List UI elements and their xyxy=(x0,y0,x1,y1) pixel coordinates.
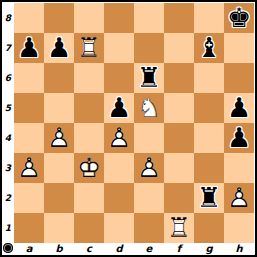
square-f8[interactable] xyxy=(164,3,194,33)
square-a6[interactable] xyxy=(14,63,44,93)
piece-outline: ♔ xyxy=(74,153,104,183)
square-e4[interactable] xyxy=(134,123,164,153)
square-g1[interactable] xyxy=(194,213,224,243)
square-a2[interactable] xyxy=(14,183,44,213)
piece-outline: ♙ xyxy=(224,183,254,213)
rank-label-2: 2 xyxy=(2,183,14,213)
square-h3[interactable] xyxy=(224,153,254,183)
square-g2[interactable]: ♜ xyxy=(194,183,224,213)
rank-label-4: 4 xyxy=(2,123,14,153)
piece-black-bishop[interactable]: ♝ xyxy=(194,33,224,63)
square-d2[interactable] xyxy=(104,183,134,213)
square-a1[interactable] xyxy=(14,213,44,243)
square-c7[interactable]: ♜♖ xyxy=(74,33,104,63)
square-f7[interactable] xyxy=(164,33,194,63)
square-g3[interactable] xyxy=(194,153,224,183)
square-b5[interactable] xyxy=(44,93,74,123)
rank-label-1: 1 xyxy=(2,213,14,243)
piece-white-pawn[interactable]: ♟♙ xyxy=(44,123,74,153)
square-h8[interactable]: ♚ xyxy=(224,3,254,33)
square-g4[interactable] xyxy=(194,123,224,153)
piece-black-pawn[interactable]: ♟ xyxy=(104,93,134,123)
file-label-c: c xyxy=(74,243,104,255)
square-e6[interactable]: ♜ xyxy=(134,63,164,93)
square-d5[interactable]: ♟ xyxy=(104,93,134,123)
square-c8[interactable] xyxy=(74,3,104,33)
square-e3[interactable]: ♟♙ xyxy=(134,153,164,183)
file-label-e: e xyxy=(134,243,164,255)
square-h6[interactable] xyxy=(224,63,254,93)
square-e5[interactable]: ♞♘ xyxy=(134,93,164,123)
file-label-g: g xyxy=(194,243,224,255)
square-a8[interactable] xyxy=(14,3,44,33)
square-d8[interactable] xyxy=(104,3,134,33)
rank-label-3: 3 xyxy=(2,153,14,183)
piece-outline: ♙ xyxy=(134,153,164,183)
square-c4[interactable] xyxy=(74,123,104,153)
square-g7[interactable]: ♝ xyxy=(194,33,224,63)
file-label-a: a xyxy=(14,243,44,255)
square-b3[interactable] xyxy=(44,153,74,183)
square-d3[interactable] xyxy=(104,153,134,183)
square-a7[interactable]: ♟ xyxy=(14,33,44,63)
diagram-margin: 87654321 ♚♟♟♜♖♝♜♟♞♘♟♟♙♟♙♟♟♙♚♔♟♙♜♟♙♜♖ abc… xyxy=(2,2,255,255)
square-c6[interactable] xyxy=(74,63,104,93)
square-a5[interactable] xyxy=(14,93,44,123)
piece-white-rook[interactable]: ♜♖ xyxy=(74,33,104,63)
square-g5[interactable] xyxy=(194,93,224,123)
square-f5[interactable] xyxy=(164,93,194,123)
square-c3[interactable]: ♚♔ xyxy=(74,153,104,183)
square-h5[interactable]: ♟ xyxy=(224,93,254,123)
file-labels: abcdefgh xyxy=(14,243,254,255)
square-g6[interactable] xyxy=(194,63,224,93)
piece-outline: ♘ xyxy=(134,93,164,123)
piece-black-rook[interactable]: ♜ xyxy=(134,63,164,93)
square-h2[interactable]: ♟♙ xyxy=(224,183,254,213)
file-label-f: f xyxy=(164,243,194,255)
piece-outline: ♙ xyxy=(44,123,74,153)
square-c5[interactable] xyxy=(74,93,104,123)
square-e1[interactable] xyxy=(134,213,164,243)
square-f4[interactable] xyxy=(164,123,194,153)
square-h7[interactable] xyxy=(224,33,254,63)
piece-outline: ♙ xyxy=(104,123,134,153)
square-b7[interactable]: ♟ xyxy=(44,33,74,63)
piece-outline: ♙ xyxy=(14,153,44,183)
square-d4[interactable]: ♟♙ xyxy=(104,123,134,153)
piece-outline: ♖ xyxy=(74,33,104,63)
square-d6[interactable] xyxy=(104,63,134,93)
piece-white-rook[interactable]: ♜♖ xyxy=(164,213,194,243)
rank-label-7: 7 xyxy=(2,33,14,63)
square-b6[interactable] xyxy=(44,63,74,93)
piece-black-pawn[interactable]: ♟ xyxy=(14,33,44,63)
piece-white-king[interactable]: ♚♔ xyxy=(74,153,104,183)
square-c2[interactable] xyxy=(74,183,104,213)
piece-outline: ♖ xyxy=(164,213,194,243)
black-to-move-indicator xyxy=(3,243,13,253)
rank-labels: 87654321 xyxy=(2,3,14,243)
piece-black-pawn[interactable]: ♟ xyxy=(224,93,254,123)
square-h4[interactable]: ♟ xyxy=(224,123,254,153)
square-g8[interactable] xyxy=(194,3,224,33)
square-b8[interactable] xyxy=(44,3,74,33)
square-b2[interactable] xyxy=(44,183,74,213)
square-h1[interactable] xyxy=(224,213,254,243)
square-d1[interactable] xyxy=(104,213,134,243)
square-f1[interactable]: ♜♖ xyxy=(164,213,194,243)
square-c1[interactable] xyxy=(74,213,104,243)
piece-black-pawn[interactable]: ♟ xyxy=(224,123,254,153)
square-e8[interactable] xyxy=(134,3,164,33)
square-f2[interactable] xyxy=(164,183,194,213)
piece-black-rook[interactable]: ♜ xyxy=(194,183,224,213)
piece-white-pawn[interactable]: ♟♙ xyxy=(224,183,254,213)
rank-label-6: 6 xyxy=(2,63,14,93)
square-f6[interactable] xyxy=(164,63,194,93)
square-a3[interactable]: ♟♙ xyxy=(14,153,44,183)
piece-black-pawn[interactable]: ♟ xyxy=(44,33,74,63)
square-e2[interactable] xyxy=(134,183,164,213)
piece-white-pawn[interactable]: ♟♙ xyxy=(134,153,164,183)
square-f3[interactable] xyxy=(164,153,194,183)
diagram-frame: 87654321 ♚♟♟♜♖♝♜♟♞♘♟♟♙♟♙♟♟♙♚♔♟♙♜♟♙♜♖ abc… xyxy=(0,0,257,257)
rank-label-8: 8 xyxy=(2,3,14,33)
piece-white-knight[interactable]: ♞♘ xyxy=(134,93,164,123)
square-e7[interactable] xyxy=(134,33,164,63)
piece-white-pawn[interactable]: ♟♙ xyxy=(14,153,44,183)
file-label-d: d xyxy=(104,243,134,255)
square-a4[interactable] xyxy=(14,123,44,153)
file-label-h: h xyxy=(224,243,254,255)
square-b1[interactable] xyxy=(44,213,74,243)
square-b4[interactable]: ♟♙ xyxy=(44,123,74,153)
piece-white-pawn[interactable]: ♟♙ xyxy=(104,123,134,153)
piece-black-king[interactable]: ♚ xyxy=(224,3,254,33)
file-label-b: b xyxy=(44,243,74,255)
chess-board[interactable]: ♚♟♟♜♖♝♜♟♞♘♟♟♙♟♙♟♟♙♚♔♟♙♜♟♙♜♖ xyxy=(14,3,254,243)
square-d7[interactable] xyxy=(104,33,134,63)
rank-label-5: 5 xyxy=(2,93,14,123)
